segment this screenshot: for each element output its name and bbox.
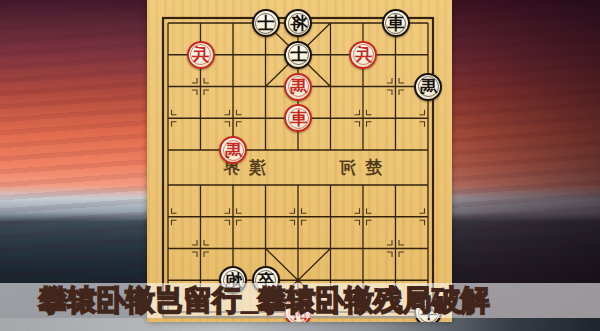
piece-character: 馬 xyxy=(225,142,242,159)
piece-character: 士 xyxy=(290,46,307,63)
piece-black-horse[interactable]: 馬 xyxy=(414,73,442,101)
pieces-layer: 士将車兵士兵馬馬車馬炮卒帥卒 xyxy=(152,7,445,322)
piece-character: 兵 xyxy=(192,46,209,63)
piece-black-general[interactable]: 将 xyxy=(284,9,312,37)
piece-character: 馬 xyxy=(290,78,307,95)
piece-black-advisor[interactable]: 士 xyxy=(252,9,280,37)
piece-red-soldier[interactable]: 兵 xyxy=(187,41,215,69)
piece-red-chariot[interactable]: 車 xyxy=(284,104,312,132)
piece-red-soldier[interactable]: 兵 xyxy=(349,41,377,69)
xiangqi-board: 楚河 漢界 士将車兵士兵馬馬車馬炮卒帥卒 xyxy=(147,0,452,322)
caption-band: 攀辕卧辙岂留行_攀辕卧辙残局破解 xyxy=(0,283,600,318)
piece-character: 車 xyxy=(290,110,307,127)
piece-character: 士 xyxy=(257,15,274,32)
piece-character: 将 xyxy=(290,15,307,32)
piece-red-horse[interactable]: 馬 xyxy=(219,136,247,164)
piece-character: 馬 xyxy=(420,78,437,95)
piece-black-advisor[interactable]: 士 xyxy=(284,41,312,69)
piece-character: 車 xyxy=(387,15,404,32)
caption-title: 攀辕卧辙岂留行_攀辕卧辙残局破解 xyxy=(38,281,489,321)
piece-red-horse[interactable]: 馬 xyxy=(284,73,312,101)
piece-black-chariot[interactable]: 車 xyxy=(382,9,410,37)
piece-character: 兵 xyxy=(355,46,372,63)
